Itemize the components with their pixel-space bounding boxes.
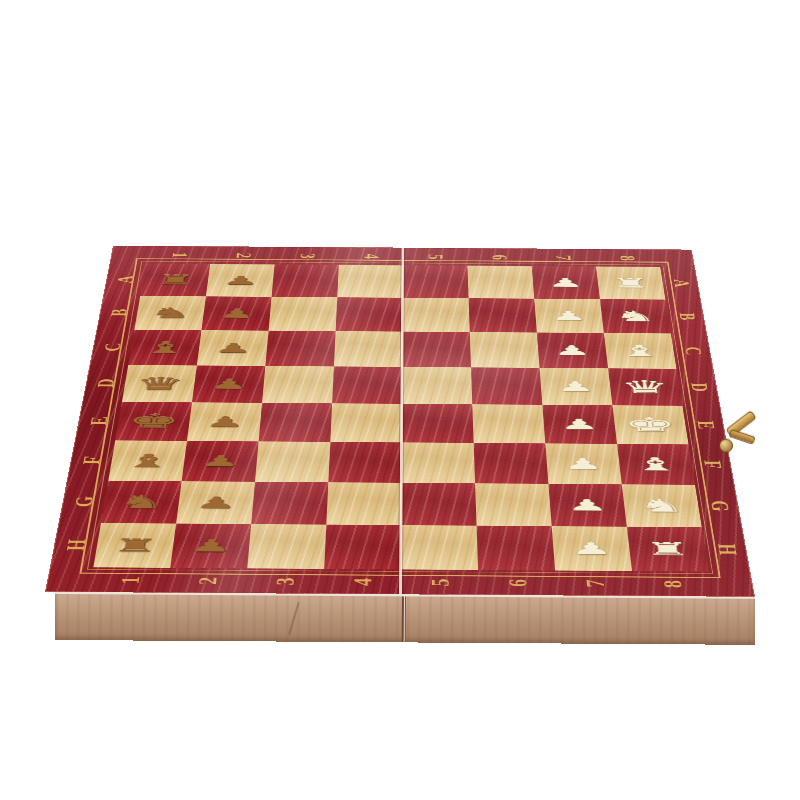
square-a4[interactable] [337, 265, 403, 298]
piece-light-rook-h8[interactable]: ♜ [627, 533, 707, 565]
front-edge-grain-mark [288, 602, 300, 635]
brass-clasp [713, 403, 771, 465]
piece-dark-queen-d1[interactable]: ♛ [123, 370, 196, 397]
square-h6[interactable] [477, 526, 556, 571]
piece-dark-pawn-e2[interactable]: ♟ [188, 407, 262, 435]
piece-dark-pawn-h2[interactable]: ♟ [171, 529, 250, 561]
square-e3[interactable] [259, 403, 333, 442]
piece-dark-rook-h1[interactable]: ♜ [94, 529, 175, 561]
square-h4[interactable] [324, 525, 401, 570]
piece-dark-king-e1[interactable]: ♚ [116, 407, 191, 435]
piece-light-queen-d8[interactable]: ♛ [609, 373, 682, 400]
piece-light-bishop-f8[interactable]: ♝ [618, 449, 694, 478]
square-a5[interactable] [403, 265, 469, 298]
piece-light-pawn-f7[interactable]: ♟ [546, 449, 621, 478]
piece-dark-bishop-f1[interactable]: ♝ [109, 446, 186, 475]
piece-light-pawn-a7[interactable]: ♟ [532, 271, 599, 294]
square-f6[interactable] [474, 443, 549, 484]
square-f4[interactable] [328, 442, 402, 483]
piece-light-pawn-g7[interactable]: ♟ [549, 489, 626, 520]
piece-dark-pawn-a2[interactable]: ♟ [207, 268, 275, 291]
piece-light-pawn-h7[interactable]: ♟ [552, 532, 631, 564]
piece-dark-pawn-f2[interactable]: ♟ [182, 446, 258, 475]
square-e4[interactable] [330, 403, 402, 442]
piece-dark-pawn-d2[interactable]: ♟ [193, 370, 265, 397]
square-h3[interactable] [247, 524, 326, 569]
square-e6[interactable] [472, 404, 545, 443]
square-a3[interactable] [272, 264, 339, 297]
square-c5[interactable] [402, 332, 471, 368]
square-h5[interactable] [401, 525, 478, 570]
board-front-edge [55, 592, 755, 645]
square-f5[interactable] [402, 442, 475, 483]
piece-light-knight-g8[interactable]: ♞ [622, 490, 700, 521]
square-b4[interactable] [336, 297, 403, 331]
piece-light-knight-b8[interactable]: ♞ [600, 304, 670, 328]
square-b3[interactable] [269, 297, 338, 331]
piece-dark-rook-a1[interactable]: ♜ [141, 268, 209, 291]
piece-light-rook-a8[interactable]: ♜ [597, 271, 665, 294]
square-a6[interactable] [467, 266, 534, 299]
piece-dark-pawn-c2[interactable]: ♟ [198, 335, 269, 361]
product-photo-stage: AABBCCDDEEFFGGHH1122334455667788 ♜♞♝♛♚♝♞… [0, 0, 800, 800]
piece-dark-knight-g1[interactable]: ♞ [102, 486, 181, 517]
piece-light-bishop-c8[interactable]: ♝ [604, 338, 675, 364]
clasp-knob [719, 439, 733, 453]
square-g4[interactable] [326, 482, 401, 525]
piece-light-pawn-b7[interactable]: ♟ [535, 303, 604, 327]
piece-light-pawn-c7[interactable]: ♟ [537, 337, 607, 363]
square-g6[interactable] [475, 483, 552, 526]
piece-dark-pawn-b2[interactable]: ♟ [202, 301, 271, 325]
chess-set-assembly: AABBCCDDEEFFGGHH1122334455667788 ♜♞♝♛♚♝♞… [0, 0, 800, 800]
square-c3[interactable] [265, 331, 335, 367]
piece-dark-knight-b1[interactable]: ♞ [135, 300, 205, 324]
piece-light-king-e8[interactable]: ♚ [613, 410, 688, 438]
square-d3[interactable] [262, 366, 334, 403]
square-g5[interactable] [401, 483, 476, 526]
square-e5[interactable] [402, 404, 474, 443]
perspective-scene: AABBCCDDEEFFGGHH1122334455667788 ♜♞♝♛♚♝♞… [0, 0, 800, 800]
piece-light-pawn-e7[interactable]: ♟ [543, 410, 617, 438]
board-plane: AABBCCDDEEFFGGHH1122334455667788 ♜♞♝♛♚♝♞… [45, 246, 755, 597]
square-c4[interactable] [334, 331, 403, 367]
front-edge-fold-seam [402, 596, 406, 642]
square-c6[interactable] [470, 332, 540, 368]
square-f3[interactable] [255, 441, 330, 482]
piece-dark-pawn-g2[interactable]: ♟ [177, 487, 255, 518]
piece-dark-bishop-c1[interactable]: ♝ [129, 334, 201, 360]
square-d4[interactable] [332, 366, 402, 403]
piece-light-pawn-d7[interactable]: ♟ [540, 373, 612, 400]
square-g3[interactable] [251, 482, 328, 525]
square-d5[interactable] [402, 367, 472, 404]
square-d6[interactable] [471, 367, 542, 404]
square-b5[interactable] [403, 298, 470, 332]
square-b6[interactable] [469, 298, 537, 332]
